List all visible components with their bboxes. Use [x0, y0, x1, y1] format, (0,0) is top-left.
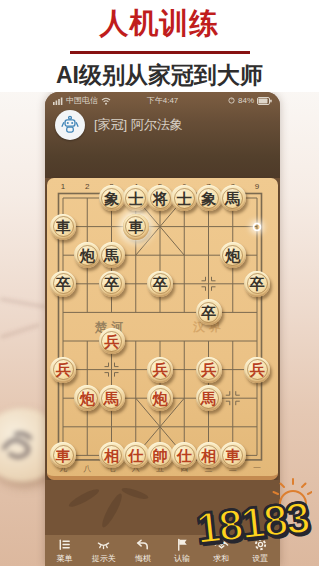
bamboo-leaf-decor [99, 492, 125, 530]
robot-avatar-icon [59, 114, 81, 136]
piece-glyph: 象 [104, 191, 119, 206]
piece-glyph: 炮 [153, 391, 168, 406]
nav-label: 菜单 [57, 553, 73, 564]
piece-black-士[interactable]: 士 [171, 185, 197, 211]
nav-label: 悔棋 [135, 553, 151, 564]
piece-glyph: 車 [56, 448, 71, 463]
piece-black-馬[interactable]: 馬 [220, 185, 246, 211]
page-subtitle: AI级别从家冠到大师 [0, 60, 319, 91]
hint-off-eye-icon [96, 537, 111, 552]
nav-item-undo[interactable]: 悔棋 [124, 537, 162, 564]
piece-black-卒[interactable]: 卒 [147, 271, 173, 297]
piece-glyph: 馬 [201, 391, 216, 406]
phone-screenshot: 中国电信 下午4:47 84% [45, 92, 280, 566]
piece-red-兵[interactable]: 兵 [50, 357, 76, 383]
piece-glyph: 車 [56, 219, 71, 234]
nav-label: 设置 [252, 553, 268, 564]
piece-red-兵[interactable]: 兵 [99, 328, 125, 354]
title-divider [70, 51, 250, 54]
piece-black-象[interactable]: 象 [196, 185, 222, 211]
battery-icon [257, 97, 272, 105]
piece-glyph: 車 [128, 219, 143, 234]
column-label-top: 9 [255, 182, 259, 191]
piece-glyph: 馬 [104, 391, 119, 406]
nav-item-resign[interactable]: 认输 [163, 537, 201, 564]
piece-red-相[interactable]: 相 [196, 442, 222, 468]
column-label-bottom: 一 [253, 463, 261, 474]
xiangqi-board[interactable]: 楚河 汉界 123456789九八七六五四三二一象士将士象馬車車炮馬炮卒卒卒卒卒… [47, 178, 278, 480]
column-label-bottom: 八 [83, 463, 91, 474]
nav-item-hints[interactable]: 提示关 [85, 537, 123, 564]
undo-icon [135, 537, 150, 552]
piece-glyph: 卒 [250, 276, 265, 291]
piece-black-象[interactable]: 象 [99, 185, 125, 211]
piece-red-仕[interactable]: 仕 [123, 442, 149, 468]
menu-icon [57, 537, 72, 552]
column-label-top: 1 [61, 182, 65, 191]
piece-glyph: 炮 [225, 248, 240, 263]
piece-red-炮[interactable]: 炮 [74, 385, 100, 411]
piece-red-仕[interactable]: 仕 [171, 442, 197, 468]
piece-layer: 楚河 汉界 123456789九八七六五四三二一象士将士象馬車車炮馬炮卒卒卒卒卒… [47, 178, 278, 480]
last-move-origin-marker [253, 222, 262, 231]
piece-glyph: 士 [177, 191, 192, 206]
piece-glyph: 炮 [80, 391, 95, 406]
signal-bars-icon [53, 97, 63, 105]
nav-label: 认输 [174, 553, 190, 564]
piece-black-卒[interactable]: 卒 [244, 271, 270, 297]
piece-glyph: 兵 [104, 334, 119, 349]
wifi-icon [101, 97, 111, 105]
piece-glyph: 相 [104, 448, 119, 463]
clock-label: 下午4:47 [147, 95, 179, 106]
backdrop-line [1, 324, 40, 338]
piece-black-車[interactable]: 車 [50, 214, 76, 240]
piece-glyph: 車 [225, 448, 240, 463]
piece-glyph: 将 [153, 191, 168, 206]
bamboo-leaf-decor [121, 486, 150, 501]
piece-black-馬[interactable]: 馬 [99, 242, 125, 268]
nav-item-menu[interactable]: 菜单 [46, 537, 84, 564]
piece-glyph: 卒 [153, 276, 168, 291]
nav-label: 求和 [213, 553, 229, 564]
piece-black-炮[interactable]: 炮 [220, 242, 246, 268]
carrier-label: 中国电信 [66, 95, 98, 106]
backdrop-calligraphy [0, 422, 44, 466]
piece-red-兵[interactable]: 兵 [147, 357, 173, 383]
piece-red-馬[interactable]: 馬 [99, 385, 125, 411]
piece-glyph: 士 [128, 191, 143, 206]
status-bar: 中国电信 下午4:47 84% [45, 94, 280, 107]
piece-glyph: 兵 [153, 362, 168, 377]
piece-glyph: 兵 [201, 362, 216, 377]
page-title: 人机训练 [0, 4, 319, 44]
piece-black-卒[interactable]: 卒 [196, 299, 222, 325]
nav-label: 提示关 [92, 553, 116, 564]
column-label-top: 2 [85, 182, 89, 191]
piece-black-卒[interactable]: 卒 [50, 271, 76, 297]
piece-black-士[interactable]: 士 [123, 185, 149, 211]
piece-glyph: 兵 [250, 362, 265, 377]
piece-glyph: 卒 [104, 276, 119, 291]
piece-red-馬[interactable]: 馬 [196, 385, 222, 411]
piece-glyph: 馬 [104, 248, 119, 263]
piece-glyph: 象 [201, 191, 216, 206]
piece-red-相[interactable]: 相 [99, 442, 125, 468]
piece-black-卒[interactable]: 卒 [99, 271, 125, 297]
piece-glyph: 仕 [128, 448, 143, 463]
piece-red-兵[interactable]: 兵 [244, 357, 270, 383]
piece-glyph: 卒 [56, 276, 71, 291]
battery-percent-label: 84% [238, 96, 254, 105]
avatar [55, 110, 85, 140]
piece-glyph: 相 [201, 448, 216, 463]
backdrop-line [0, 298, 46, 308]
screenshot-root: 人机训练 AI级别从家冠到大师 中国电信 [0, 0, 319, 566]
piece-glyph: 仕 [177, 448, 192, 463]
orientation-lock-icon [228, 97, 235, 104]
piece-black-炮[interactable]: 炮 [74, 242, 100, 268]
piece-red-車[interactable]: 車 [50, 442, 76, 468]
watermark-text: 18183 [194, 492, 311, 552]
piece-glyph: 馬 [225, 191, 240, 206]
promo-header: 人机训练 AI级别从家冠到大师 [0, 0, 319, 92]
piece-glyph: 卒 [201, 305, 216, 320]
piece-red-兵[interactable]: 兵 [196, 357, 222, 383]
resign-flag-icon [175, 537, 190, 552]
piece-glyph: 炮 [80, 248, 95, 263]
piece-red-帥[interactable]: 帥 [147, 442, 173, 468]
piece-glyph: 帥 [153, 448, 168, 463]
game-title-bar: [家冠] 阿尔法象 [55, 110, 183, 140]
piece-red-車[interactable]: 車 [220, 442, 246, 468]
bamboo-leaf-decor [67, 486, 101, 509]
opponent-title: [家冠] 阿尔法象 [94, 116, 183, 134]
piece-red-炮[interactable]: 炮 [147, 385, 173, 411]
piece-black-将[interactable]: 将 [147, 185, 173, 211]
piece-black-車[interactable]: 車 [123, 214, 149, 240]
piece-glyph: 兵 [56, 362, 71, 377]
